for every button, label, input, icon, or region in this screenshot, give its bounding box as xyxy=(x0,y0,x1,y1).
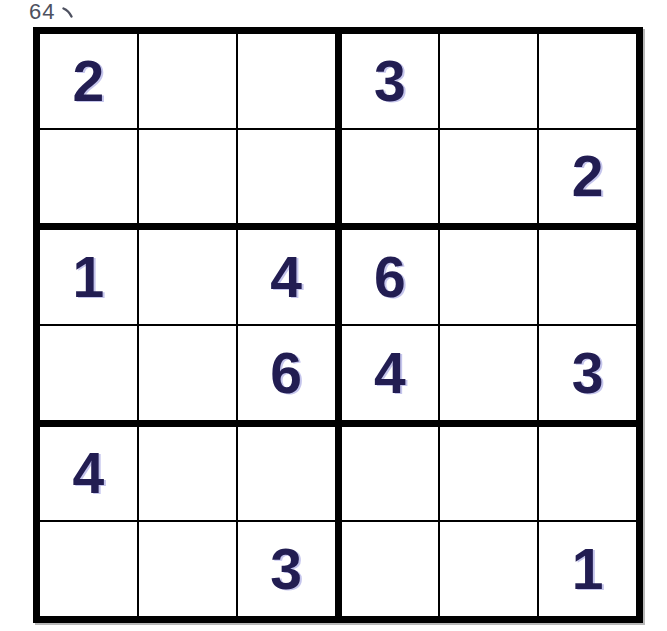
box-2-1: 146 xyxy=(40,230,335,419)
box-1-1: 2 xyxy=(40,34,335,223)
cell-r3c2[interactable] xyxy=(139,230,236,324)
cell-r1c6[interactable] xyxy=(539,34,636,128)
cell-r3c1[interactable]: 1 xyxy=(40,230,137,324)
cell-r6c5[interactable] xyxy=(440,522,537,616)
puzzle-number-label: 64 xyxy=(29,0,75,24)
cell-r5c2[interactable] xyxy=(139,427,236,521)
box-3-1: 43 xyxy=(40,427,335,616)
cell-r6c3[interactable]: 3 xyxy=(238,522,335,616)
cell-r5c3[interactable] xyxy=(238,427,335,521)
cell-r4c6[interactable]: 3 xyxy=(539,326,636,420)
cell-r5c1[interactable]: 4 xyxy=(40,427,137,521)
cell-r2c4[interactable] xyxy=(342,130,439,224)
cell-r3c4[interactable]: 6 xyxy=(342,230,439,324)
box-2-2: 643 xyxy=(342,230,637,419)
cell-r6c4[interactable] xyxy=(342,522,439,616)
cell-r4c2[interactable] xyxy=(139,326,236,420)
cell-r2c2[interactable] xyxy=(139,130,236,224)
cell-r1c3[interactable] xyxy=(238,34,335,128)
cell-r5c6[interactable] xyxy=(539,427,636,521)
cell-r3c3[interactable]: 4 xyxy=(238,230,335,324)
cell-r4c1[interactable] xyxy=(40,326,137,420)
box-3-2: 1 xyxy=(342,427,637,616)
cell-r4c5[interactable] xyxy=(440,326,537,420)
box-1-2: 32 xyxy=(342,34,637,223)
cell-r4c3[interactable]: 6 xyxy=(238,326,335,420)
cell-r1c1[interactable]: 2 xyxy=(40,34,137,128)
puzzle-number: 64 xyxy=(29,0,55,23)
cell-r5c5[interactable] xyxy=(440,427,537,521)
cell-r3c5[interactable] xyxy=(440,230,537,324)
puzzle-page: 64 232146643431 xyxy=(0,0,667,631)
cell-r3c6[interactable] xyxy=(539,230,636,324)
cell-r1c2[interactable] xyxy=(139,34,236,128)
cell-r6c1[interactable] xyxy=(40,522,137,616)
cell-r1c4[interactable]: 3 xyxy=(342,34,439,128)
cell-r6c6[interactable]: 1 xyxy=(539,522,636,616)
cell-r1c5[interactable] xyxy=(440,34,537,128)
cell-r4c4[interactable]: 4 xyxy=(342,326,439,420)
sudoku-board: 232146643431 xyxy=(33,27,643,623)
cell-r2c3[interactable] xyxy=(238,130,335,224)
ideographic-comma-icon xyxy=(61,6,75,20)
cell-r2c6[interactable]: 2 xyxy=(539,130,636,224)
cell-r2c5[interactable] xyxy=(440,130,537,224)
cell-r5c4[interactable] xyxy=(342,427,439,521)
cell-r6c2[interactable] xyxy=(139,522,236,616)
cell-r2c1[interactable] xyxy=(40,130,137,224)
